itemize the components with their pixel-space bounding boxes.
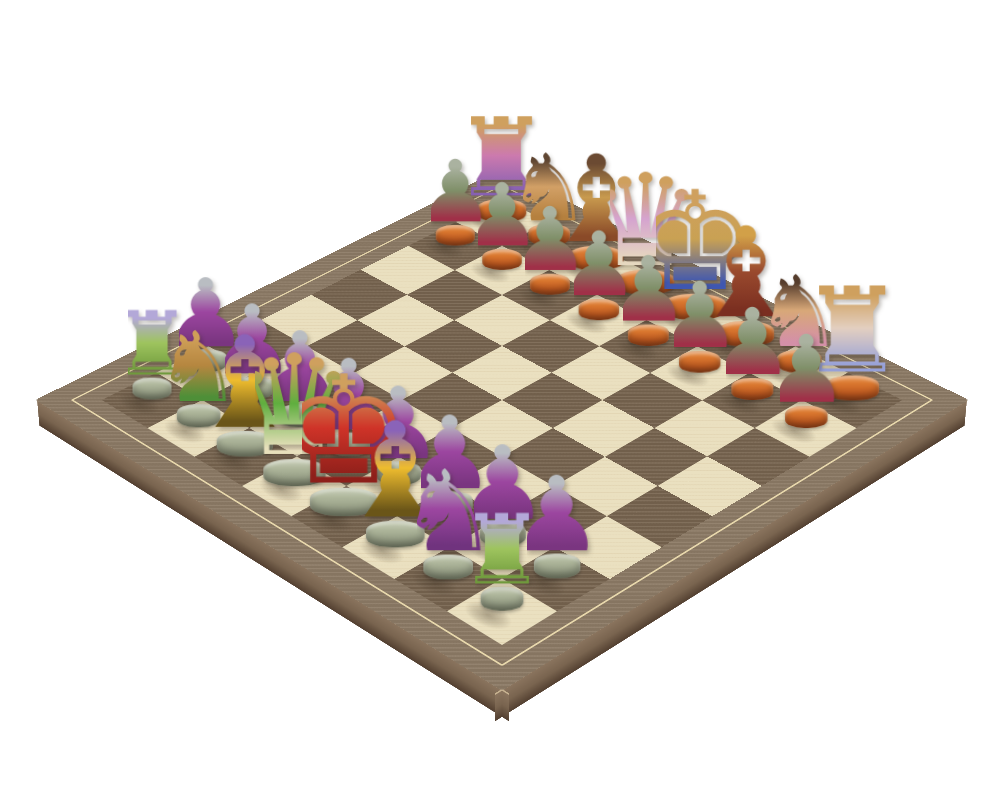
piece-white-rook-h1[interactable]: ♜ xyxy=(475,503,529,612)
chess-board: ♜♞♝♛♚♝♞♜♟♟♟♟♟♟♟♟♟♟♟♟♟♟♟♟♜♞♝♛♚♝♞♜ xyxy=(35,169,968,691)
pawn-figurine-glyph: ♟ xyxy=(764,324,848,417)
stage: ♜♞♝♛♚♝♞♜♟♟♟♟♟♟♟♟♟♟♟♟♟♟♟♟♜♞♝♛♚♝♞♜ xyxy=(0,0,1000,800)
product-photo-scene: ♜♞♝♛♚♝♞♜♟♟♟♟♟♟♟♟♟♟♟♟♟♟♟♟♜♞♝♛♚♝♞♜ xyxy=(0,0,1000,800)
rook-figurine-glyph: ♜ xyxy=(459,503,545,599)
piece-black-pawn-h7[interactable]: ♟ xyxy=(780,324,833,428)
board-field: ♜♞♝♛♚♝♞♜♟♟♟♟♟♟♟♟♟♟♟♟♟♟♟♟♜♞♝♛♚♝♞♜ xyxy=(102,199,902,645)
